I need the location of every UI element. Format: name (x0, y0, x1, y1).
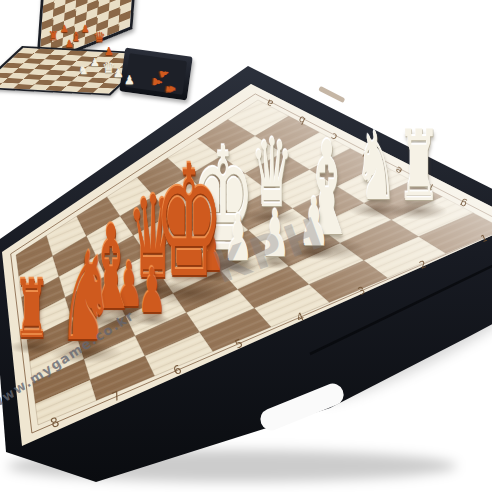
inset-piece-drawer (119, 47, 192, 100)
product-photo: 87654321abcdefgh ♜♞♝♟♟♛♚♟♚♟♛♟♟♝♞♜ www.my… (0, 0, 492, 492)
border-brand-mark (318, 86, 345, 103)
inset-photo-open-case: ♜♟♝♟♛♟♟♞♟♛♟♟♟♞♟ (6, 2, 192, 110)
inset-drawer-tray (125, 53, 187, 95)
